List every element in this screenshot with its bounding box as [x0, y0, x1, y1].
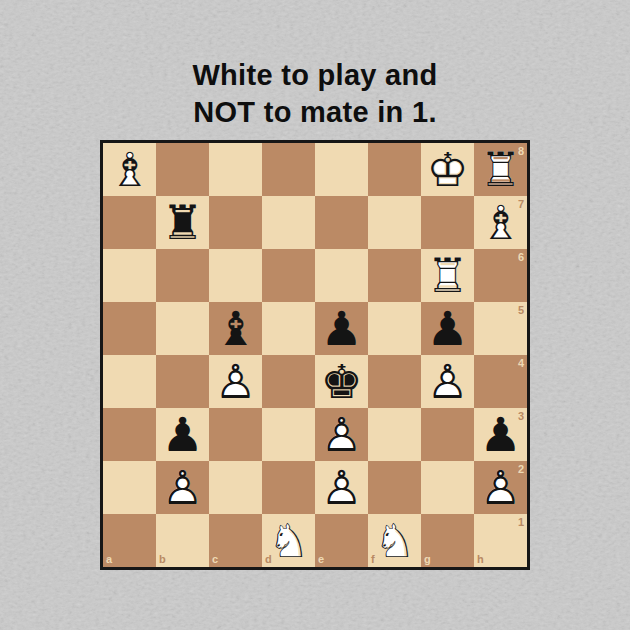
square-f6[interactable]	[368, 249, 421, 302]
square-d7[interactable]	[262, 196, 315, 249]
square-c7[interactable]	[209, 196, 262, 249]
square-c1[interactable]: c	[209, 514, 262, 567]
puzzle-title-line1: White to play and	[0, 57, 630, 94]
square-h5[interactable]: 5	[474, 302, 527, 355]
white-king-g8[interactable]: ♚♔	[421, 143, 474, 196]
square-h1[interactable]: 1h	[474, 514, 527, 567]
square-d2[interactable]	[262, 461, 315, 514]
square-b3[interactable]: ♟	[156, 408, 209, 461]
black-rook-b7[interactable]: ♜	[156, 196, 209, 249]
square-e8[interactable]	[315, 143, 368, 196]
square-f7[interactable]	[368, 196, 421, 249]
rank-label-1: 1	[518, 517, 524, 528]
square-b8[interactable]	[156, 143, 209, 196]
white-piece-outline: ♘	[368, 514, 421, 567]
square-c8[interactable]	[209, 143, 262, 196]
square-c5[interactable]: ♝	[209, 302, 262, 355]
square-g2[interactable]	[421, 461, 474, 514]
square-a6[interactable]	[103, 249, 156, 302]
square-a4[interactable]	[103, 355, 156, 408]
square-e3[interactable]: ♟♙	[315, 408, 368, 461]
square-f2[interactable]	[368, 461, 421, 514]
white-pawn-c4[interactable]: ♟♙	[209, 355, 262, 408]
white-bishop-h7[interactable]: ♝♗	[474, 196, 527, 249]
white-knight-d1[interactable]: ♞♘	[262, 514, 315, 567]
file-label-h: h	[477, 554, 484, 565]
white-piece-outline: ♙	[209, 355, 262, 408]
file-label-b: b	[159, 554, 166, 565]
square-g6[interactable]: ♜♖	[421, 249, 474, 302]
puzzle-title-line2: NOT to mate in 1.	[0, 94, 630, 131]
white-piece-outline: ♘	[262, 514, 315, 567]
black-pawn-h3[interactable]: ♟	[474, 408, 527, 461]
square-g1[interactable]: g	[421, 514, 474, 567]
square-e4[interactable]: ♚	[315, 355, 368, 408]
square-g7[interactable]	[421, 196, 474, 249]
square-f8[interactable]	[368, 143, 421, 196]
black-bishop-c5[interactable]: ♝	[209, 302, 262, 355]
square-e5[interactable]: ♟	[315, 302, 368, 355]
white-piece-outline: ♔	[421, 143, 474, 196]
square-a5[interactable]	[103, 302, 156, 355]
black-piece-body: ♟	[474, 408, 527, 461]
white-piece-outline: ♗	[103, 143, 156, 196]
square-a7[interactable]	[103, 196, 156, 249]
square-a8[interactable]: ♝♗	[103, 143, 156, 196]
square-a1[interactable]: a	[103, 514, 156, 567]
black-piece-body: ♟	[156, 408, 209, 461]
white-piece-outline: ♗	[474, 196, 527, 249]
white-piece-outline: ♖	[421, 249, 474, 302]
black-piece-body: ♚	[315, 355, 368, 408]
square-e6[interactable]	[315, 249, 368, 302]
black-pawn-e5[interactable]: ♟	[315, 302, 368, 355]
file-label-a: a	[106, 554, 112, 565]
square-b5[interactable]	[156, 302, 209, 355]
file-label-c: c	[212, 554, 218, 565]
square-b4[interactable]	[156, 355, 209, 408]
square-b2[interactable]: ♟♙	[156, 461, 209, 514]
square-b1[interactable]: b	[156, 514, 209, 567]
white-piece-outline: ♙	[315, 461, 368, 514]
square-e7[interactable]	[315, 196, 368, 249]
square-b6[interactable]	[156, 249, 209, 302]
white-bishop-a8[interactable]: ♝♗	[103, 143, 156, 196]
rank-label-4: 4	[518, 358, 524, 369]
file-label-g: g	[424, 554, 431, 565]
rank-label-5: 5	[518, 305, 524, 316]
white-pawn-e3[interactable]: ♟♙	[315, 408, 368, 461]
square-c2[interactable]	[209, 461, 262, 514]
square-e2[interactable]: ♟♙	[315, 461, 368, 514]
square-h2[interactable]: 2♟♙	[474, 461, 527, 514]
puzzle-title: White to play and NOT to mate in 1.	[0, 57, 630, 131]
black-king-e4[interactable]: ♚	[315, 355, 368, 408]
square-d1[interactable]: d♞♘	[262, 514, 315, 567]
square-f4[interactable]	[368, 355, 421, 408]
white-rook-g6[interactable]: ♜♖	[421, 249, 474, 302]
rank-label-6: 6	[518, 252, 524, 263]
square-h7[interactable]: 7♝♗	[474, 196, 527, 249]
square-a2[interactable]	[103, 461, 156, 514]
square-d4[interactable]	[262, 355, 315, 408]
square-f5[interactable]	[368, 302, 421, 355]
white-piece-outline: ♙	[421, 355, 474, 408]
square-h8[interactable]: 8♜♖	[474, 143, 527, 196]
square-d6[interactable]	[262, 249, 315, 302]
white-rook-h8[interactable]: ♜♖	[474, 143, 527, 196]
white-piece-outline: ♖	[474, 143, 527, 196]
square-c4[interactable]: ♟♙	[209, 355, 262, 408]
black-pawn-b3[interactable]: ♟	[156, 408, 209, 461]
square-d8[interactable]	[262, 143, 315, 196]
square-a3[interactable]	[103, 408, 156, 461]
black-piece-body: ♟	[421, 302, 474, 355]
square-d3[interactable]	[262, 408, 315, 461]
white-pawn-b2[interactable]: ♟♙	[156, 461, 209, 514]
square-g4[interactable]: ♟♙	[421, 355, 474, 408]
white-pawn-g4[interactable]: ♟♙	[421, 355, 474, 408]
square-g8[interactable]: ♚♔	[421, 143, 474, 196]
square-h6[interactable]: 6	[474, 249, 527, 302]
square-c3[interactable]	[209, 408, 262, 461]
chess-board: ♝♗♚♔8♜♖♜7♝♗♜♖6♝♟♟5♟♙♚♟♙4♟♟♙3♟♟♙♟♙2♟♙abcd…	[100, 140, 530, 570]
square-h4[interactable]: 4	[474, 355, 527, 408]
file-label-e: e	[318, 554, 324, 565]
white-piece-outline: ♙	[474, 461, 527, 514]
white-pawn-e2[interactable]: ♟♙	[315, 461, 368, 514]
square-d5[interactable]	[262, 302, 315, 355]
square-b7[interactable]: ♜	[156, 196, 209, 249]
square-e1[interactable]: e	[315, 514, 368, 567]
square-h3[interactable]: 3♟	[474, 408, 527, 461]
white-knight-f1[interactable]: ♞♘	[368, 514, 421, 567]
black-pawn-g5[interactable]: ♟	[421, 302, 474, 355]
square-f1[interactable]: f♞♘	[368, 514, 421, 567]
square-g3[interactable]	[421, 408, 474, 461]
white-piece-outline: ♙	[156, 461, 209, 514]
black-piece-body: ♟	[315, 302, 368, 355]
black-piece-body: ♜	[156, 196, 209, 249]
square-f3[interactable]	[368, 408, 421, 461]
square-c6[interactable]	[209, 249, 262, 302]
white-piece-outline: ♙	[315, 408, 368, 461]
black-piece-body: ♝	[209, 302, 262, 355]
square-g5[interactable]: ♟	[421, 302, 474, 355]
white-pawn-h2[interactable]: ♟♙	[474, 461, 527, 514]
